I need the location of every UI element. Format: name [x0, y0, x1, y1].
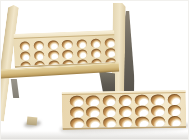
hole-cell-r3c2: [85, 117, 101, 128]
empty-hole: [70, 118, 84, 129]
hole-cell-r3c3: [102, 117, 118, 128]
empty-hole: [91, 38, 102, 47]
empty-hole: [33, 41, 44, 50]
empty-hole: [168, 105, 182, 116]
empty-hole: [48, 40, 59, 49]
hole-cell-r1c6: [150, 94, 166, 105]
hole-cell-r2c2: [32, 50, 47, 61]
hole-cell-r2c1: [18, 51, 33, 62]
empty-hole: [103, 117, 117, 128]
empty-hole: [135, 117, 149, 128]
hole-cell-r2c3: [47, 49, 62, 60]
empty-hole: [103, 106, 117, 117]
empty-hole: [152, 117, 166, 128]
hole-cell-r1c2: [85, 95, 101, 106]
front-hole-board: [62, 90, 187, 130]
hole-cell-r1c3: [101, 95, 117, 106]
hole-cell-r3c6: [151, 116, 167, 127]
hole-cell-r1c5: [134, 95, 150, 106]
hole-cell-r2c6: [89, 48, 104, 59]
empty-hole: [105, 38, 116, 47]
hole-cell-r1c7: [167, 94, 183, 105]
empty-hole: [91, 49, 102, 58]
empty-hole: [119, 95, 133, 106]
hole-cell-r2c5: [75, 48, 90, 59]
empty-hole: [20, 51, 31, 60]
hole-cell-r1c3: [46, 39, 61, 50]
hole-cell-r2c6: [150, 105, 166, 116]
empty-hole: [151, 106, 165, 117]
front-board-hole-grid: [69, 94, 186, 130]
product-photo-stage: [0, 0, 189, 140]
empty-hole: [151, 95, 165, 106]
left-leg-shadow-face: [11, 79, 19, 98]
hole-cell-r3c7: [167, 116, 183, 127]
hole-cell-r2c4: [118, 106, 134, 117]
empty-hole: [86, 118, 100, 129]
empty-hole: [34, 51, 45, 60]
standing-hole-board: [13, 30, 115, 68]
empty-hole: [119, 117, 133, 128]
hole-cell-r2c7: [104, 47, 116, 58]
empty-hole: [77, 49, 88, 58]
hole-cell-r2c2: [85, 106, 101, 117]
hole-cell-r2c7: [167, 105, 183, 116]
left-frame-post-foot: [27, 116, 38, 125]
empty-hole: [105, 48, 115, 57]
hole-cell-r2c5: [134, 106, 150, 117]
empty-hole: [102, 95, 116, 106]
empty-hole: [135, 95, 149, 106]
hole-cell-r1c2: [32, 40, 47, 51]
hole-cell-r2c1: [69, 107, 85, 118]
hole-cell-r1c4: [118, 95, 134, 106]
empty-hole: [62, 39, 73, 48]
hole-cell-r1c1: [69, 96, 85, 107]
empty-hole: [19, 41, 30, 50]
hole-cell-r3c5: [134, 117, 150, 128]
empty-hole: [62, 50, 73, 59]
empty-hole: [76, 39, 87, 48]
empty-hole: [48, 50, 59, 59]
hole-cell-r3c4: [118, 117, 134, 128]
empty-hole: [168, 94, 182, 105]
hole-cell-r1c5: [75, 38, 90, 49]
hole-cell-r2c3: [102, 106, 118, 117]
empty-hole: [119, 106, 133, 117]
empty-hole: [168, 116, 182, 127]
hole-cell-r1c7: [103, 37, 115, 48]
empty-hole: [86, 107, 100, 118]
empty-hole: [86, 96, 100, 107]
empty-hole: [70, 96, 84, 107]
empty-hole: [70, 107, 84, 118]
hole-cell-r2c4: [61, 49, 76, 60]
empty-hole: [135, 106, 149, 117]
hole-cell-r3c1: [69, 118, 85, 129]
hole-cell-r1c4: [60, 39, 75, 50]
hole-cell-r1c6: [89, 38, 104, 49]
hole-cell-r1c1: [18, 40, 33, 51]
